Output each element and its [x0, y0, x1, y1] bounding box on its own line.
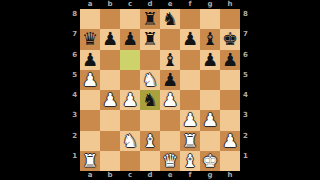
black-knight-e8: ♞ — [162, 9, 178, 29]
square-a8[interactable] — [80, 9, 100, 29]
file-label-bottom-c: c — [120, 171, 140, 180]
square-f4[interactable] — [180, 90, 200, 110]
square-c5[interactable] — [120, 70, 140, 90]
square-h1[interactable] — [220, 151, 240, 171]
file-labels-bottom: abcdefgh — [80, 171, 240, 180]
rank-label-right-8: 8 — [241, 9, 251, 29]
rank-label-left-3: 3 — [69, 110, 79, 130]
square-e1[interactable]: ♛ — [160, 151, 180, 171]
square-g3[interactable]: ♟ — [200, 110, 220, 130]
square-g5[interactable] — [200, 70, 220, 90]
square-d5[interactable]: ♞ — [140, 70, 160, 90]
square-a1[interactable]: ♜ — [80, 151, 100, 171]
square-g4[interactable] — [200, 90, 220, 110]
rank-label-left-4: 4 — [69, 90, 79, 110]
chess-board: ♜♞♛♟♟♜♟♝♚♟♝♟♟♟♞♟♟♟♞♟♟♟♞♝♜♟♜♛♝♚ — [80, 9, 240, 171]
square-e8[interactable]: ♞ — [160, 9, 180, 29]
square-f5[interactable] — [180, 70, 200, 90]
square-g6[interactable]: ♟ — [200, 50, 220, 70]
square-c6-highlighted[interactable] — [120, 50, 140, 70]
square-d7[interactable]: ♜ — [140, 29, 160, 49]
rank-label-right-3: 3 — [241, 110, 251, 130]
file-label-bottom-h: h — [220, 171, 240, 180]
rank-labels-right: 87654321 — [241, 9, 251, 171]
square-d6[interactable] — [140, 50, 160, 70]
black-queen-a7: ♛ — [82, 29, 98, 49]
square-e3[interactable] — [160, 110, 180, 130]
square-b7[interactable]: ♟ — [100, 29, 120, 49]
square-a7[interactable]: ♛ — [80, 29, 100, 49]
white-rook-a1: ♜ — [82, 151, 98, 171]
white-bishop-d2: ♝ — [142, 131, 158, 151]
black-pawn-e5: ♟ — [162, 70, 178, 90]
file-label-top-b: b — [100, 0, 120, 9]
file-label-top-c: c — [120, 0, 140, 9]
white-queen-e1: ♛ — [162, 151, 178, 171]
square-e4[interactable]: ♟ — [160, 90, 180, 110]
square-g1[interactable]: ♚ — [200, 151, 220, 171]
square-h4[interactable] — [220, 90, 240, 110]
black-bishop-g7: ♝ — [202, 29, 218, 49]
white-pawn-e4: ♟ — [162, 90, 178, 110]
rank-label-left-2: 2 — [69, 131, 79, 151]
square-e7[interactable] — [160, 29, 180, 49]
square-h5[interactable] — [220, 70, 240, 90]
white-pawn-h2: ♟ — [222, 131, 238, 151]
file-label-top-e: e — [160, 0, 180, 9]
square-a6[interactable]: ♟ — [80, 50, 100, 70]
black-pawn-a6: ♟ — [82, 50, 98, 70]
black-bishop-e6: ♝ — [162, 50, 178, 70]
square-c7[interactable]: ♟ — [120, 29, 140, 49]
white-pawn-a5: ♟ — [82, 70, 98, 90]
square-c1[interactable] — [120, 151, 140, 171]
file-label-top-h: h — [220, 0, 240, 9]
black-pawn-h6: ♟ — [222, 50, 238, 70]
black-knight-d4: ♞ — [142, 90, 158, 110]
white-king-g1: ♚ — [202, 151, 218, 171]
square-d3[interactable] — [140, 110, 160, 130]
square-d8[interactable]: ♜ — [140, 9, 160, 29]
file-label-bottom-g: g — [200, 171, 220, 180]
rank-label-right-2: 2 — [241, 131, 251, 151]
file-label-bottom-d: d — [140, 171, 160, 180]
square-d2[interactable]: ♝ — [140, 131, 160, 151]
square-c3[interactable] — [120, 110, 140, 130]
white-bishop-f1: ♝ — [182, 151, 198, 171]
rank-label-left-6: 6 — [69, 50, 79, 70]
white-pawn-b4: ♟ — [102, 90, 118, 110]
white-pawn-f3: ♟ — [182, 110, 198, 130]
square-b8[interactable] — [100, 9, 120, 29]
black-pawn-c7: ♟ — [122, 29, 138, 49]
rank-label-left-1: 1 — [69, 151, 79, 171]
square-g7[interactable]: ♝ — [200, 29, 220, 49]
rank-label-right-7: 7 — [241, 29, 251, 49]
square-f8[interactable] — [180, 9, 200, 29]
white-pawn-c4: ♟ — [122, 90, 138, 110]
white-pawn-g3: ♟ — [202, 110, 218, 130]
file-label-top-d: d — [140, 0, 160, 9]
rank-label-left-5: 5 — [69, 70, 79, 90]
square-a3[interactable] — [80, 110, 100, 130]
square-c8[interactable] — [120, 9, 140, 29]
square-f1[interactable]: ♝ — [180, 151, 200, 171]
square-h8[interactable] — [220, 9, 240, 29]
square-b5[interactable] — [100, 70, 120, 90]
square-a4[interactable] — [80, 90, 100, 110]
rank-label-right-4: 4 — [241, 90, 251, 110]
black-pawn-g6: ♟ — [202, 50, 218, 70]
chess-thumbnail: abcdefgh 87654321 ♜♞♛♟♟♜♟♝♚♟♝♟♟♟♞♟♟♟♞♟♟♟… — [0, 0, 320, 180]
square-h6[interactable]: ♟ — [220, 50, 240, 70]
square-h7[interactable]: ♚ — [220, 29, 240, 49]
rank-label-right-1: 1 — [241, 151, 251, 171]
square-b4[interactable]: ♟ — [100, 90, 120, 110]
square-d1[interactable] — [140, 151, 160, 171]
square-e6[interactable]: ♝ — [160, 50, 180, 70]
square-d4-highlighted[interactable]: ♞ — [140, 90, 160, 110]
square-h3[interactable] — [220, 110, 240, 130]
black-rook-d8: ♜ — [142, 9, 158, 29]
rank-label-right-5: 5 — [241, 70, 251, 90]
rank-label-right-6: 6 — [241, 50, 251, 70]
file-label-bottom-a: a — [80, 171, 100, 180]
file-label-bottom-f: f — [180, 171, 200, 180]
square-f2[interactable]: ♜ — [180, 131, 200, 151]
black-pawn-b7: ♟ — [102, 29, 118, 49]
file-label-bottom-e: e — [160, 171, 180, 180]
square-a2[interactable] — [80, 131, 100, 151]
black-king-h7: ♚ — [222, 29, 238, 49]
rank-label-left-7: 7 — [69, 29, 79, 49]
square-a5[interactable]: ♟ — [80, 70, 100, 90]
square-b6[interactable] — [100, 50, 120, 70]
square-f7[interactable]: ♟ — [180, 29, 200, 49]
square-b2[interactable] — [100, 131, 120, 151]
black-rook-d7: ♜ — [142, 29, 158, 49]
file-label-top-g: g — [200, 0, 220, 9]
square-c4[interactable]: ♟ — [120, 90, 140, 110]
square-c2[interactable]: ♞ — [120, 131, 140, 151]
rank-label-left-8: 8 — [69, 9, 79, 29]
white-rook-f2: ♜ — [182, 131, 198, 151]
file-label-bottom-b: b — [100, 171, 120, 180]
file-labels-top: abcdefgh — [80, 0, 240, 9]
file-label-top-f: f — [180, 0, 200, 9]
black-pawn-f7: ♟ — [182, 29, 198, 49]
square-e2[interactable] — [160, 131, 180, 151]
white-knight-d5: ♞ — [142, 70, 158, 90]
square-b3[interactable] — [100, 110, 120, 130]
square-g8[interactable] — [200, 9, 220, 29]
rank-labels-left: 87654321 — [69, 9, 79, 171]
square-e5[interactable]: ♟ — [160, 70, 180, 90]
square-f3[interactable]: ♟ — [180, 110, 200, 130]
square-h2[interactable]: ♟ — [220, 131, 240, 151]
square-g2[interactable] — [200, 131, 220, 151]
file-label-top-a: a — [80, 0, 100, 9]
square-f6[interactable] — [180, 50, 200, 70]
white-knight-c2: ♞ — [122, 131, 138, 151]
square-b1[interactable] — [100, 151, 120, 171]
